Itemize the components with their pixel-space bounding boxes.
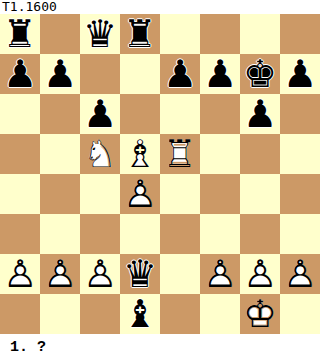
- square-g7[interactable]: ♚: [240, 54, 280, 94]
- piece-black-pawn-h7[interactable]: ♟: [280, 54, 320, 94]
- square-e4[interactable]: [160, 174, 200, 214]
- square-g5[interactable]: [240, 134, 280, 174]
- square-h6[interactable]: [280, 94, 320, 134]
- square-e6[interactable]: [160, 94, 200, 134]
- piece-outline: ♙: [80, 254, 120, 294]
- square-d6[interactable]: [120, 94, 160, 134]
- piece-black-pawn-f7[interactable]: ♟: [200, 54, 240, 94]
- square-h7[interactable]: ♟: [280, 54, 320, 94]
- piece-outline: ♔: [240, 294, 280, 334]
- square-h5[interactable]: [280, 134, 320, 174]
- square-f6[interactable]: [200, 94, 240, 134]
- piece-white-pawn-d4[interactable]: ♟♙: [120, 174, 160, 214]
- square-d1[interactable]: ♝: [120, 294, 160, 334]
- square-f1[interactable]: [200, 294, 240, 334]
- square-c5[interactable]: ♞♘: [80, 134, 120, 174]
- piece-black-pawn-g6[interactable]: ♟: [240, 94, 280, 134]
- square-e1[interactable]: [160, 294, 200, 334]
- square-g3[interactable]: [240, 214, 280, 254]
- square-d3[interactable]: [120, 214, 160, 254]
- square-h2[interactable]: ♟♙: [280, 254, 320, 294]
- piece-outline: ♗: [120, 134, 160, 174]
- square-c4[interactable]: [80, 174, 120, 214]
- piece-white-bishop-d5[interactable]: ♝♗: [120, 134, 160, 174]
- square-e3[interactable]: [160, 214, 200, 254]
- piece-white-pawn-c2[interactable]: ♟♙: [80, 254, 120, 294]
- piece-white-pawn-f2[interactable]: ♟♙: [200, 254, 240, 294]
- piece-white-king-g1[interactable]: ♚♔: [240, 294, 280, 334]
- square-e2[interactable]: [160, 254, 200, 294]
- square-c1[interactable]: [80, 294, 120, 334]
- square-d8[interactable]: ♜: [120, 14, 160, 54]
- square-b1[interactable]: [40, 294, 80, 334]
- piece-white-knight-c5[interactable]: ♞♘: [80, 134, 120, 174]
- square-e5[interactable]: ♜♖: [160, 134, 200, 174]
- piece-outline: ♙: [280, 254, 320, 294]
- square-e7[interactable]: ♟: [160, 54, 200, 94]
- square-d5[interactable]: ♝♗: [120, 134, 160, 174]
- square-c6[interactable]: ♟: [80, 94, 120, 134]
- square-c3[interactable]: [80, 214, 120, 254]
- square-c8[interactable]: ♛: [80, 14, 120, 54]
- square-h8[interactable]: [280, 14, 320, 54]
- square-g1[interactable]: ♚♔: [240, 294, 280, 334]
- square-g8[interactable]: [240, 14, 280, 54]
- square-f2[interactable]: ♟♙: [200, 254, 240, 294]
- piece-white-pawn-h2[interactable]: ♟♙: [280, 254, 320, 294]
- piece-black-pawn-b7[interactable]: ♟: [40, 54, 80, 94]
- square-b8[interactable]: [40, 14, 80, 54]
- piece-black-king-g7[interactable]: ♚: [240, 54, 280, 94]
- square-h4[interactable]: [280, 174, 320, 214]
- square-f3[interactable]: [200, 214, 240, 254]
- piece-outline: ♖: [160, 134, 200, 174]
- move-prompt: 1. ?: [0, 334, 320, 360]
- square-a3[interactable]: [0, 214, 40, 254]
- piece-black-pawn-e7[interactable]: ♟: [160, 54, 200, 94]
- square-b2[interactable]: ♟♙: [40, 254, 80, 294]
- square-d4[interactable]: ♟♙: [120, 174, 160, 214]
- square-b4[interactable]: [40, 174, 80, 214]
- piece-outline: ♘: [80, 134, 120, 174]
- piece-black-pawn-a7[interactable]: ♟: [0, 54, 40, 94]
- piece-black-bishop-d1[interactable]: ♝: [120, 294, 160, 334]
- square-c7[interactable]: [80, 54, 120, 94]
- square-b5[interactable]: [40, 134, 80, 174]
- square-d2[interactable]: ♛: [120, 254, 160, 294]
- chess-trainer-window: T1.1600 ♜♛♜♟♟♟♟♚♟♟♟♞♘♝♗♜♖♟♙♟♙♟♙♟♙♛♟♙♟♙♟♙…: [0, 0, 320, 360]
- piece-outline: ♙: [0, 254, 40, 294]
- square-a6[interactable]: [0, 94, 40, 134]
- piece-outline: ♙: [120, 174, 160, 214]
- square-f8[interactable]: [200, 14, 240, 54]
- piece-black-rook-d8[interactable]: ♜: [120, 14, 160, 54]
- square-f4[interactable]: [200, 174, 240, 214]
- square-a7[interactable]: ♟: [0, 54, 40, 94]
- piece-black-pawn-c6[interactable]: ♟: [80, 94, 120, 134]
- piece-black-queen-d2[interactable]: ♛: [120, 254, 160, 294]
- puzzle-title: T1.1600: [0, 0, 320, 14]
- square-b7[interactable]: ♟: [40, 54, 80, 94]
- square-g2[interactable]: ♟♙: [240, 254, 280, 294]
- square-h1[interactable]: [280, 294, 320, 334]
- piece-outline: ♙: [200, 254, 240, 294]
- square-c2[interactable]: ♟♙: [80, 254, 120, 294]
- chess-board: ♜♛♜♟♟♟♟♚♟♟♟♞♘♝♗♜♖♟♙♟♙♟♙♟♙♛♟♙♟♙♟♙♝♚♔: [0, 14, 320, 334]
- piece-outline: ♙: [40, 254, 80, 294]
- square-b6[interactable]: [40, 94, 80, 134]
- piece-white-pawn-a2[interactable]: ♟♙: [0, 254, 40, 294]
- piece-white-pawn-g2[interactable]: ♟♙: [240, 254, 280, 294]
- square-h3[interactable]: [280, 214, 320, 254]
- square-e8[interactable]: [160, 14, 200, 54]
- square-d7[interactable]: [120, 54, 160, 94]
- square-a8[interactable]: ♜: [0, 14, 40, 54]
- square-g6[interactable]: ♟: [240, 94, 280, 134]
- square-a4[interactable]: [0, 174, 40, 214]
- square-f7[interactable]: ♟: [200, 54, 240, 94]
- square-b3[interactable]: [40, 214, 80, 254]
- square-f5[interactable]: [200, 134, 240, 174]
- square-g4[interactable]: [240, 174, 280, 214]
- square-a5[interactable]: [0, 134, 40, 174]
- piece-white-pawn-b2[interactable]: ♟♙: [40, 254, 80, 294]
- piece-black-queen-c8[interactable]: ♛: [80, 14, 120, 54]
- piece-outline: ♙: [240, 254, 280, 294]
- piece-black-rook-a8[interactable]: ♜: [0, 14, 40, 54]
- square-a2[interactable]: ♟♙: [0, 254, 40, 294]
- square-a1[interactable]: [0, 294, 40, 334]
- piece-white-rook-e5[interactable]: ♜♖: [160, 134, 200, 174]
